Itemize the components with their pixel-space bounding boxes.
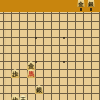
shogi-piece[interactable]: 馬 <box>27 69 36 78</box>
piece-kanji: 銀 <box>36 86 42 94</box>
piece-kanji: 歩 <box>12 70 18 78</box>
opponent-hand-tray: 金銀 <box>0 0 100 12</box>
shogi-app-screen: 金銀 金馬歩銀歩玉 <box>0 0 100 100</box>
hand-piece[interactable]: 銀 <box>87 0 95 7</box>
shogi-piece[interactable]: 歩 <box>11 95 20 100</box>
hand-piece-count-mark <box>80 8 82 11</box>
hand-piece-count-mark <box>90 8 92 11</box>
shogi-board[interactable]: 金馬歩銀歩玉 <box>0 12 100 100</box>
star-point <box>35 37 37 39</box>
star-point <box>63 61 65 63</box>
piece-kanji: 玉 <box>20 96 26 100</box>
shogi-piece[interactable]: 玉 <box>19 95 28 100</box>
hand-piece-kanji: 金 <box>78 0 83 7</box>
star-point <box>35 61 37 63</box>
hand-piece[interactable]: 金 <box>77 0 85 7</box>
hand-piece-kanji: 銀 <box>88 0 93 7</box>
piece-kanji: 馬 <box>28 70 34 78</box>
star-point <box>63 37 65 39</box>
shogi-piece[interactable]: 歩 <box>11 69 20 78</box>
piece-kanji: 歩 <box>12 96 18 100</box>
piece-kanji: 金 <box>28 62 34 70</box>
shogi-piece[interactable]: 銀 <box>35 85 44 94</box>
